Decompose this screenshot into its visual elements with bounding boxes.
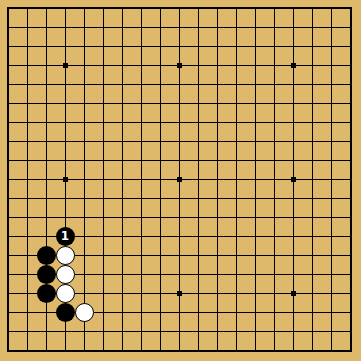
- hoshi-point: [177, 177, 182, 182]
- go-diagram: 1: [0, 0, 361, 361]
- goban-intersection-grid: 1: [0, 0, 360, 360]
- hoshi-point: [63, 177, 68, 182]
- hoshi-point: [291, 177, 296, 182]
- stone-d7-black: 1: [56, 227, 75, 246]
- hoshi-point: [177, 63, 182, 68]
- hoshi-point: [63, 63, 68, 68]
- stone-e3-white: [75, 303, 94, 322]
- stone-d4-white: [56, 284, 75, 303]
- hoshi-point: [291, 63, 296, 68]
- stone-c6-black: [37, 246, 56, 265]
- stone-c5-black: [37, 265, 56, 284]
- stone-d3-black: [56, 303, 75, 322]
- stone-c4-black: [37, 284, 56, 303]
- hoshi-point: [177, 291, 182, 296]
- stone-d5-white: [56, 265, 75, 284]
- stone-d6-white: [56, 246, 75, 265]
- move-number-label: 1: [61, 230, 69, 242]
- hoshi-point: [291, 291, 296, 296]
